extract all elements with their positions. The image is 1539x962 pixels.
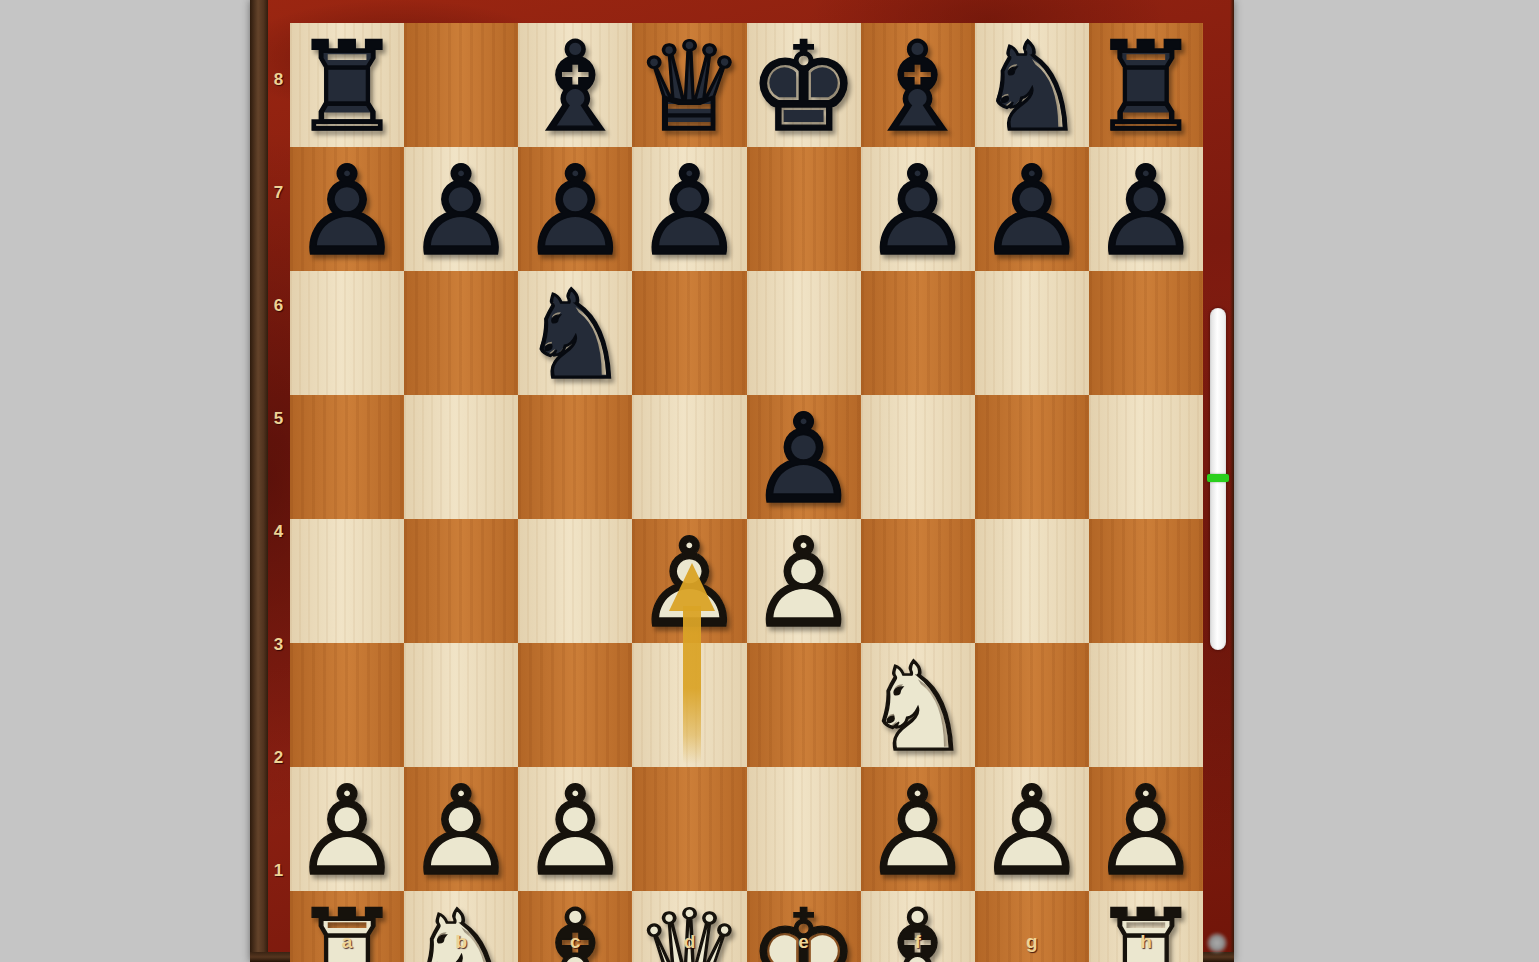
knight-glyph-outline: ♘ bbox=[862, 645, 973, 769]
piece-white-pawn-c2[interactable]: ♟♙ bbox=[518, 767, 632, 891]
pawn-glyph-outline: ♙ bbox=[862, 769, 973, 893]
pawn-glyph-outline: ♙ bbox=[1090, 149, 1201, 273]
frame-right-bevel bbox=[1230, 0, 1234, 962]
rank-label-3: 3 bbox=[266, 589, 291, 702]
piece-black-pawn-c7[interactable]: ♟♙ bbox=[518, 147, 632, 271]
bishop-glyph-outline: ♗ bbox=[862, 25, 973, 149]
square-g8[interactable]: ♞♘ bbox=[975, 23, 1089, 147]
square-f4[interactable] bbox=[861, 519, 975, 643]
piece-white-pawn-a2[interactable]: ♟♙ bbox=[290, 767, 404, 891]
piece-black-pawn-a7[interactable]: ♟♙ bbox=[290, 147, 404, 271]
square-b5[interactable] bbox=[404, 395, 518, 519]
pawn-glyph-outline: ♙ bbox=[976, 769, 1087, 893]
piece-white-knight-f3[interactable]: ♞♘ bbox=[861, 643, 975, 767]
square-c4[interactable] bbox=[518, 519, 632, 643]
square-a7[interactable]: ♟♙ bbox=[290, 147, 404, 271]
square-b6[interactable] bbox=[404, 271, 518, 395]
file-label-f: f bbox=[861, 929, 975, 954]
square-g3[interactable] bbox=[975, 643, 1089, 767]
rank-labels: 87654321 bbox=[266, 23, 291, 928]
piece-white-pawn-g2[interactable]: ♟♙ bbox=[975, 767, 1089, 891]
piece-black-rook-a8[interactable]: ♜♖ bbox=[290, 23, 404, 147]
square-b2[interactable]: ♟♙ bbox=[404, 767, 518, 891]
piece-black-knight-c6[interactable]: ♞♘ bbox=[518, 271, 632, 395]
piece-white-pawn-e4[interactable]: ♟♙ bbox=[747, 519, 861, 643]
rank-label-4: 4 bbox=[266, 476, 291, 589]
square-f2[interactable]: ♟♙ bbox=[861, 767, 975, 891]
file-label-c: c bbox=[518, 929, 632, 954]
pawn-glyph-outline: ♙ bbox=[748, 521, 859, 645]
square-a8[interactable]: ♜♖ bbox=[290, 23, 404, 147]
pawn-glyph-outline: ♙ bbox=[634, 521, 745, 645]
file-label-h: h bbox=[1089, 929, 1203, 954]
square-a6[interactable] bbox=[290, 271, 404, 395]
square-c3[interactable] bbox=[518, 643, 632, 767]
square-h6[interactable] bbox=[1089, 271, 1203, 395]
square-h5[interactable] bbox=[1089, 395, 1203, 519]
square-g2[interactable]: ♟♙ bbox=[975, 767, 1089, 891]
square-g6[interactable] bbox=[975, 271, 1089, 395]
square-h3[interactable] bbox=[1089, 643, 1203, 767]
square-f6[interactable] bbox=[861, 271, 975, 395]
square-b8[interactable] bbox=[404, 23, 518, 147]
square-g5[interactable] bbox=[975, 395, 1089, 519]
piece-black-queen-d8[interactable]: ♛♕ bbox=[632, 23, 746, 147]
rank-label-1: 1 bbox=[266, 815, 291, 928]
pawn-glyph-outline: ♙ bbox=[862, 149, 973, 273]
piece-black-bishop-c8[interactable]: ♝♗ bbox=[518, 23, 632, 147]
piece-black-pawn-b7[interactable]: ♟♙ bbox=[404, 147, 518, 271]
square-d2[interactable] bbox=[632, 767, 746, 891]
square-c6[interactable]: ♞♘ bbox=[518, 271, 632, 395]
queen-glyph-outline: ♕ bbox=[634, 25, 745, 149]
square-e7[interactable] bbox=[747, 147, 861, 271]
square-a5[interactable] bbox=[290, 395, 404, 519]
square-d7[interactable]: ♟♙ bbox=[632, 147, 746, 271]
eval-slider[interactable] bbox=[1210, 308, 1226, 650]
square-g7[interactable]: ♟♙ bbox=[975, 147, 1089, 271]
file-labels: abcdefgh bbox=[290, 929, 1203, 954]
pawn-glyph-outline: ♙ bbox=[291, 149, 402, 273]
pawn-glyph-outline: ♙ bbox=[291, 769, 402, 893]
piece-white-pawn-f2[interactable]: ♟♙ bbox=[861, 767, 975, 891]
square-d6[interactable] bbox=[632, 271, 746, 395]
pawn-glyph-outline: ♙ bbox=[748, 397, 859, 521]
file-label-b: b bbox=[404, 929, 518, 954]
piece-black-bishop-f8[interactable]: ♝♗ bbox=[861, 23, 975, 147]
piece-black-pawn-h7[interactable]: ♟♙ bbox=[1089, 147, 1203, 271]
pawn-glyph-outline: ♙ bbox=[406, 769, 517, 893]
piece-white-pawn-h2[interactable]: ♟♙ bbox=[1089, 767, 1203, 891]
piece-black-pawn-f7[interactable]: ♟♙ bbox=[861, 147, 975, 271]
square-c8[interactable]: ♝♗ bbox=[518, 23, 632, 147]
pawn-glyph-outline: ♙ bbox=[520, 769, 631, 893]
bishop-glyph-outline: ♗ bbox=[520, 25, 631, 149]
piece-white-pawn-d4[interactable]: ♟♙ bbox=[632, 519, 746, 643]
square-h2[interactable]: ♟♙ bbox=[1089, 767, 1203, 891]
square-e3[interactable] bbox=[747, 643, 861, 767]
rank-label-7: 7 bbox=[266, 136, 291, 249]
square-f8[interactable]: ♝♗ bbox=[861, 23, 975, 147]
square-h7[interactable]: ♟♙ bbox=[1089, 147, 1203, 271]
pawn-glyph-outline: ♙ bbox=[406, 149, 517, 273]
square-d4[interactable]: ♟♙ bbox=[632, 519, 746, 643]
square-f5[interactable] bbox=[861, 395, 975, 519]
file-label-d: d bbox=[632, 929, 746, 954]
piece-black-pawn-d7[interactable]: ♟♙ bbox=[632, 147, 746, 271]
square-b4[interactable] bbox=[404, 519, 518, 643]
pawn-glyph-outline: ♙ bbox=[976, 149, 1087, 273]
square-d3[interactable] bbox=[632, 643, 746, 767]
piece-black-pawn-e5[interactable]: ♟♙ bbox=[747, 395, 861, 519]
square-c5[interactable] bbox=[518, 395, 632, 519]
rank-label-2: 2 bbox=[266, 702, 291, 815]
piece-white-pawn-b2[interactable]: ♟♙ bbox=[404, 767, 518, 891]
square-d5[interactable] bbox=[632, 395, 746, 519]
rook-glyph-outline: ♖ bbox=[291, 25, 402, 149]
square-b7[interactable]: ♟♙ bbox=[404, 147, 518, 271]
file-label-g: g bbox=[975, 929, 1089, 954]
square-h4[interactable] bbox=[1089, 519, 1203, 643]
rank-label-6: 6 bbox=[266, 249, 291, 362]
rook-glyph-outline: ♖ bbox=[1090, 25, 1201, 149]
piece-black-rook-h8[interactable]: ♜♖ bbox=[1089, 23, 1203, 147]
pawn-glyph-outline: ♙ bbox=[634, 149, 745, 273]
square-h8[interactable]: ♜♖ bbox=[1089, 23, 1203, 147]
file-label-e: e bbox=[747, 929, 861, 954]
square-g4[interactable] bbox=[975, 519, 1089, 643]
square-e2[interactable] bbox=[747, 767, 861, 891]
pawn-glyph-outline: ♙ bbox=[520, 149, 631, 273]
square-e5[interactable]: ♟♙ bbox=[747, 395, 861, 519]
resize-handle-dot[interactable] bbox=[1206, 932, 1228, 954]
chess-board: ♜♖♝♗♛♕♚♔♝♗♞♘♜♖♟♙♟♙♟♙♟♙♟♙♟♙♟♙♞♘♟♙♟♙♟♙♞♘♟♙… bbox=[290, 23, 1203, 928]
eval-marker[interactable] bbox=[1207, 474, 1229, 482]
pawn-glyph-outline: ♙ bbox=[1090, 769, 1201, 893]
piece-black-pawn-g7[interactable]: ♟♙ bbox=[975, 147, 1089, 271]
file-label-a: a bbox=[290, 929, 404, 954]
square-a2[interactable]: ♟♙ bbox=[290, 767, 404, 891]
square-f7[interactable]: ♟♙ bbox=[861, 147, 975, 271]
rank-label-5: 5 bbox=[266, 362, 291, 475]
square-a4[interactable] bbox=[290, 519, 404, 643]
rank-label-8: 8 bbox=[266, 23, 291, 136]
piece-black-king-e8[interactable]: ♚♔ bbox=[747, 23, 861, 147]
king-glyph-outline: ♔ bbox=[748, 25, 859, 149]
square-e6[interactable] bbox=[747, 271, 861, 395]
square-f3[interactable]: ♞♘ bbox=[861, 643, 975, 767]
square-e8[interactable]: ♚♔ bbox=[747, 23, 861, 147]
knight-glyph-outline: ♘ bbox=[976, 25, 1087, 149]
square-b3[interactable] bbox=[404, 643, 518, 767]
knight-glyph-outline: ♘ bbox=[520, 273, 631, 397]
square-c7[interactable]: ♟♙ bbox=[518, 147, 632, 271]
square-c2[interactable]: ♟♙ bbox=[518, 767, 632, 891]
square-a3[interactable] bbox=[290, 643, 404, 767]
square-d8[interactable]: ♛♕ bbox=[632, 23, 746, 147]
piece-black-knight-g8[interactable]: ♞♘ bbox=[975, 23, 1089, 147]
square-e4[interactable]: ♟♙ bbox=[747, 519, 861, 643]
